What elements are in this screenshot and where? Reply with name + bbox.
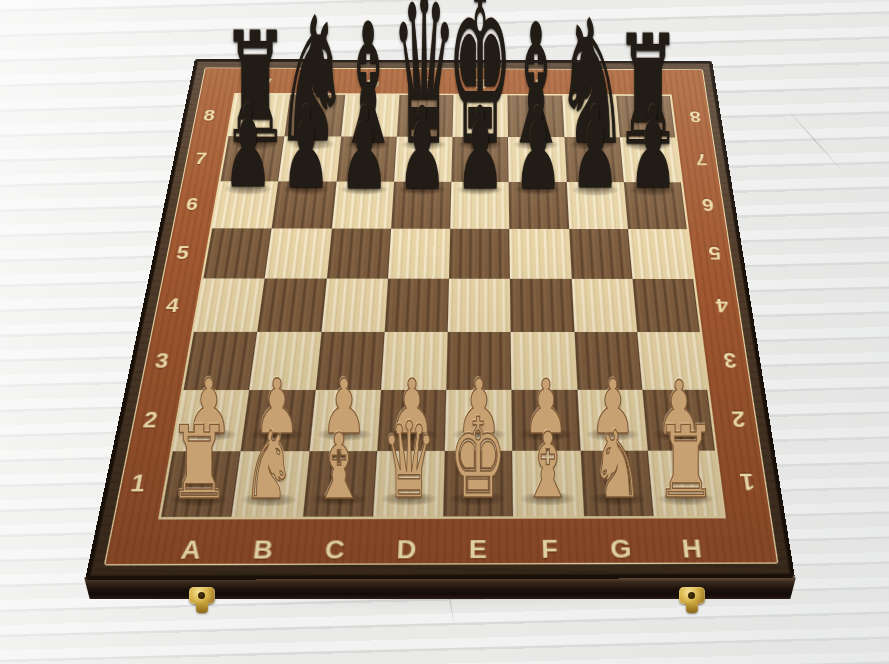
- black-pawn-glyph: ♟: [340, 91, 389, 205]
- latch-keyhole: [198, 592, 205, 599]
- file-label-bottom-e: E: [469, 534, 487, 561]
- white-rook-glyph: ♜: [168, 413, 231, 514]
- square-d4[interactable]: [384, 279, 449, 333]
- white-king-glyph: ♚: [450, 404, 507, 515]
- black-pawn-glyph: ♟: [398, 91, 447, 205]
- file-label-bottom-b: B: [252, 534, 275, 561]
- file-label-bottom-a: A: [179, 534, 203, 561]
- white-queen-glyph: ♛: [381, 409, 436, 514]
- rank-label-right-7: 7: [695, 152, 709, 168]
- file-label-bottom-g: G: [609, 533, 632, 560]
- square-a4[interactable]: [194, 278, 265, 332]
- latch-tab: [686, 603, 698, 613]
- latch-tab: [196, 603, 208, 613]
- brass-latch-icon: [186, 587, 218, 617]
- square-b4[interactable]: [257, 279, 326, 333]
- square-c4[interactable]: [321, 279, 388, 333]
- file-label-bottom-c: C: [324, 534, 346, 561]
- square-g4[interactable]: [571, 279, 637, 332]
- file-label-bottom-f: F: [541, 534, 558, 561]
- rank-label-right-8: 8: [689, 109, 702, 124]
- white-bishop-glyph: ♝: [312, 421, 366, 512]
- file-label-bottom-h: H: [681, 533, 703, 560]
- square-e4[interactable]: [448, 279, 511, 333]
- square-e5[interactable]: [449, 229, 510, 279]
- black-pawn-glyph: ♟: [571, 92, 620, 206]
- latch-keyhole: [688, 592, 695, 599]
- black-pawn-glyph: ♟: [629, 93, 678, 206]
- square-d5[interactable]: [388, 228, 450, 278]
- rank-label-right-4: 4: [715, 296, 730, 315]
- white-knight-glyph: ♞: [243, 419, 295, 513]
- square-h4[interactable]: [632, 279, 700, 332]
- photo-scene: AABBCCDDEEFFGGHH8877665544332211 ♜♞♝♛♚♝♞…: [0, 0, 889, 664]
- file-label-bottom-d: D: [396, 534, 417, 561]
- square-f4[interactable]: [510, 279, 574, 332]
- square-c5[interactable]: [326, 228, 391, 278]
- square-h5[interactable]: [628, 229, 693, 279]
- white-rook-glyph: ♜: [655, 413, 717, 513]
- square-g5[interactable]: [569, 229, 633, 279]
- black-pawn-glyph: ♟: [224, 91, 273, 206]
- square-b5[interactable]: [265, 228, 332, 278]
- rank-label-right-5: 5: [708, 245, 723, 263]
- square-a5[interactable]: [203, 228, 272, 278]
- brass-latch-icon: [676, 587, 708, 617]
- white-bishop-glyph: ♝: [521, 421, 574, 511]
- white-knight-glyph: ♞: [591, 419, 643, 512]
- rank-label-right-6: 6: [701, 197, 715, 214]
- black-pawn-glyph: ♟: [282, 91, 331, 206]
- black-pawn-glyph: ♟: [513, 92, 562, 206]
- black-pawn-glyph: ♟: [456, 92, 505, 206]
- square-f5[interactable]: [509, 229, 571, 279]
